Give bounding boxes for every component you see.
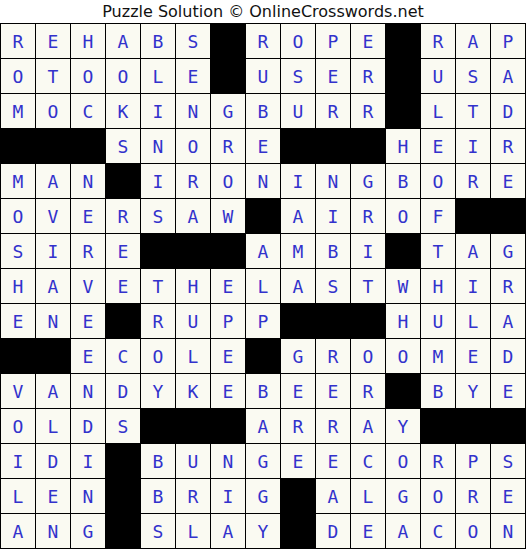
grid-cell: T: [36, 59, 71, 94]
grid-cell: P: [491, 24, 526, 59]
grid-cell: D: [316, 514, 351, 549]
grid-cell: G: [491, 234, 526, 269]
grid-cell: N: [71, 374, 106, 409]
grid-cell: A: [246, 234, 281, 269]
grid-cell: G: [351, 164, 386, 199]
grid-cell: L: [246, 269, 281, 304]
grid-cell: E: [281, 444, 316, 479]
grid-cell: L: [176, 339, 211, 374]
grid-cell: G: [71, 514, 106, 549]
grid-cell: G: [281, 339, 316, 374]
grid-cell: D: [106, 374, 141, 409]
grid-cell: E: [36, 479, 71, 514]
grid-cell: M: [1, 164, 36, 199]
grid-cell: O: [106, 59, 141, 94]
black-cell: [141, 234, 176, 269]
grid-cell: N: [36, 514, 71, 549]
grid-cell: O: [1, 59, 36, 94]
grid-cell: I: [351, 234, 386, 269]
grid-cell: L: [421, 94, 456, 129]
grid-cell: O: [141, 339, 176, 374]
grid-cell: S: [106, 129, 141, 164]
black-cell: [456, 409, 491, 444]
black-cell: [211, 234, 246, 269]
grid-cell: D: [36, 444, 71, 479]
grid-cell: A: [106, 24, 141, 59]
black-cell: [106, 479, 141, 514]
grid-cell: R: [421, 444, 456, 479]
grid-cell: O: [71, 59, 106, 94]
grid-cell: I: [71, 444, 106, 479]
grid-cell: S: [281, 59, 316, 94]
grid-cell: C: [421, 514, 456, 549]
grid-cell: B: [141, 444, 176, 479]
black-cell: [36, 339, 71, 374]
black-cell: [176, 409, 211, 444]
grid-cell: G: [246, 444, 281, 479]
grid-cell: O: [386, 444, 421, 479]
black-cell: [491, 199, 526, 234]
grid-cell: B: [246, 374, 281, 409]
grid-cell: Y: [246, 514, 281, 549]
grid-cell: E: [106, 269, 141, 304]
grid-cell: I: [456, 269, 491, 304]
grid-cell: U: [421, 59, 456, 94]
grid-cell: S: [1, 234, 36, 269]
grid-cell: B: [141, 479, 176, 514]
grid-cell: E: [36, 24, 71, 59]
grid-cell: G: [211, 94, 246, 129]
grid-cell: R: [141, 304, 176, 339]
black-cell: [491, 409, 526, 444]
black-cell: [211, 24, 246, 59]
grid-cell: R: [491, 269, 526, 304]
grid-cell: R: [456, 164, 491, 199]
grid-cell: H: [176, 269, 211, 304]
black-cell: [281, 304, 316, 339]
grid-cell: E: [316, 444, 351, 479]
page-title: Puzzle Solution © OnlineCrosswords.net: [0, 0, 526, 23]
grid-cell: E: [71, 199, 106, 234]
grid-cell: A: [36, 269, 71, 304]
grid-cell: P: [316, 24, 351, 59]
grid-cell: C: [351, 444, 386, 479]
grid-cell: S: [456, 59, 491, 94]
grid-cell: R: [316, 94, 351, 129]
crossword-grid: REHABSROPERAPOTOOLEUSERUSAMOCKINGBURRLTD…: [0, 23, 526, 549]
grid-cell: S: [106, 409, 141, 444]
grid-cell: M: [421, 339, 456, 374]
grid-cell: R: [491, 129, 526, 164]
grid-cell: B: [421, 374, 456, 409]
grid-cell: E: [491, 374, 526, 409]
grid-cell: V: [1, 374, 36, 409]
black-cell: [351, 304, 386, 339]
grid-cell: E: [211, 374, 246, 409]
grid-cell: U: [246, 59, 281, 94]
grid-cell: T: [141, 269, 176, 304]
black-cell: [316, 304, 351, 339]
grid-cell: S: [141, 514, 176, 549]
grid-cell: O: [386, 199, 421, 234]
grid-cell: U: [176, 304, 211, 339]
black-cell: [281, 479, 316, 514]
grid-cell: K: [176, 374, 211, 409]
grid-cell: O: [281, 24, 316, 59]
grid-cell: O: [1, 199, 36, 234]
black-cell: [246, 199, 281, 234]
grid-cell: O: [351, 339, 386, 374]
grid-cell: L: [176, 514, 211, 549]
grid-cell: N: [71, 164, 106, 199]
black-cell: [386, 94, 421, 129]
black-cell: [211, 409, 246, 444]
grid-cell: N: [71, 479, 106, 514]
grid-cell: V: [71, 269, 106, 304]
grid-cell: E: [71, 304, 106, 339]
grid-cell: E: [281, 374, 316, 409]
grid-cell: R: [316, 339, 351, 374]
grid-cell: E: [491, 164, 526, 199]
grid-cell: P: [246, 304, 281, 339]
grid-cell: R: [71, 234, 106, 269]
black-cell: [351, 129, 386, 164]
grid-cell: R: [246, 24, 281, 59]
grid-cell: R: [421, 24, 456, 59]
grid-cell: U: [281, 94, 316, 129]
grid-cell: A: [36, 164, 71, 199]
black-cell: [176, 234, 211, 269]
black-cell: [386, 374, 421, 409]
grid-cell: B: [386, 164, 421, 199]
grid-cell: R: [281, 409, 316, 444]
grid-cell: A: [211, 514, 246, 549]
grid-cell: A: [351, 409, 386, 444]
grid-cell: E: [351, 24, 386, 59]
grid-cell: E: [106, 234, 141, 269]
grid-cell: E: [246, 129, 281, 164]
grid-cell: O: [456, 514, 491, 549]
grid-cell: I: [36, 234, 71, 269]
black-cell: [386, 59, 421, 94]
grid-cell: I: [316, 199, 351, 234]
grid-cell: A: [491, 304, 526, 339]
grid-cell: L: [36, 409, 71, 444]
grid-cell: A: [246, 409, 281, 444]
black-cell: [106, 514, 141, 549]
grid-cell: W: [386, 269, 421, 304]
grid-cell: R: [351, 94, 386, 129]
grid-cell: O: [421, 164, 456, 199]
grid-cell: H: [71, 24, 106, 59]
grid-cell: E: [176, 59, 211, 94]
grid-cell: A: [456, 234, 491, 269]
grid-cell: E: [211, 269, 246, 304]
grid-cell: E: [351, 514, 386, 549]
grid-cell: C: [71, 94, 106, 129]
black-cell: [386, 234, 421, 269]
grid-cell: H: [386, 304, 421, 339]
grid-cell: T: [456, 94, 491, 129]
black-cell: [456, 199, 491, 234]
grid-cell: L: [351, 479, 386, 514]
black-cell: [141, 409, 176, 444]
grid-cell: A: [1, 514, 36, 549]
grid-cell: T: [351, 269, 386, 304]
grid-cell: S: [316, 269, 351, 304]
grid-cell: R: [106, 199, 141, 234]
grid-cell: B: [246, 94, 281, 129]
grid-cell: O: [211, 164, 246, 199]
grid-cell: E: [71, 339, 106, 374]
grid-cell: N: [246, 164, 281, 199]
grid-cell: Y: [141, 374, 176, 409]
grid-cell: E: [1, 304, 36, 339]
grid-cell: D: [71, 409, 106, 444]
grid-cell: A: [386, 514, 421, 549]
black-cell: [1, 129, 36, 164]
grid-cell: C: [106, 339, 141, 374]
grid-cell: L: [1, 479, 36, 514]
grid-cell: S: [141, 199, 176, 234]
grid-cell: E: [316, 374, 351, 409]
grid-cell: E: [316, 59, 351, 94]
grid-cell: N: [176, 94, 211, 129]
grid-cell: R: [211, 129, 246, 164]
grid-cell: H: [421, 269, 456, 304]
grid-cell: O: [36, 94, 71, 129]
grid-cell: R: [351, 59, 386, 94]
black-cell: [106, 164, 141, 199]
grid-cell: P: [211, 304, 246, 339]
grid-cell: R: [351, 199, 386, 234]
grid-cell: A: [176, 199, 211, 234]
grid-cell: B: [141, 24, 176, 59]
grid-cell: H: [1, 269, 36, 304]
grid-cell: H: [386, 129, 421, 164]
grid-cell: B: [316, 234, 351, 269]
crossword-solution-page: Puzzle Solution © OnlineCrosswords.net R…: [0, 0, 526, 551]
grid-cell: I: [211, 479, 246, 514]
grid-cell: G: [386, 479, 421, 514]
grid-cell: N: [316, 164, 351, 199]
grid-cell: I: [281, 164, 316, 199]
grid-cell: U: [176, 444, 211, 479]
grid-cell: S: [176, 24, 211, 59]
black-cell: [316, 129, 351, 164]
grid-cell: O: [1, 409, 36, 444]
grid-cell: O: [386, 339, 421, 374]
grid-cell: N: [491, 514, 526, 549]
grid-cell: D: [491, 94, 526, 129]
grid-cell: R: [351, 374, 386, 409]
grid-cell: P: [456, 444, 491, 479]
black-cell: [106, 304, 141, 339]
grid-cell: I: [456, 129, 491, 164]
black-cell: [211, 59, 246, 94]
grid-cell: O: [421, 479, 456, 514]
grid-cell: A: [316, 479, 351, 514]
grid-cell: I: [141, 94, 176, 129]
grid-cell: R: [316, 409, 351, 444]
grid-cell: L: [141, 59, 176, 94]
grid-cell: A: [491, 59, 526, 94]
grid-cell: Y: [386, 409, 421, 444]
grid-cell: N: [211, 444, 246, 479]
grid-cell: T: [421, 234, 456, 269]
grid-cell: E: [491, 479, 526, 514]
grid-cell: V: [36, 199, 71, 234]
grid-cell: E: [421, 129, 456, 164]
grid-cell: E: [211, 339, 246, 374]
grid-cell: A: [456, 24, 491, 59]
grid-cell: I: [1, 444, 36, 479]
grid-cell: A: [281, 269, 316, 304]
grid-cell: Y: [456, 374, 491, 409]
grid-cell: R: [1, 24, 36, 59]
grid-cell: E: [456, 339, 491, 374]
grid-cell: G: [246, 479, 281, 514]
grid-cell: W: [211, 199, 246, 234]
grid-cell: U: [421, 304, 456, 339]
grid-cell: L: [456, 304, 491, 339]
grid-cell: K: [106, 94, 141, 129]
black-cell: [386, 24, 421, 59]
grid-cell: N: [141, 129, 176, 164]
grid-cell: S: [491, 444, 526, 479]
black-cell: [246, 339, 281, 374]
grid-cell: R: [176, 164, 211, 199]
grid-cell: A: [281, 199, 316, 234]
grid-cell: M: [1, 94, 36, 129]
grid-cell: A: [36, 374, 71, 409]
grid-cell: R: [176, 479, 211, 514]
grid-cell: I: [141, 164, 176, 199]
grid-cell: N: [36, 304, 71, 339]
black-cell: [281, 129, 316, 164]
grid-cell: R: [456, 479, 491, 514]
grid-cell: D: [491, 339, 526, 374]
black-cell: [36, 129, 71, 164]
black-cell: [421, 409, 456, 444]
black-cell: [1, 339, 36, 374]
grid-cell: F: [421, 199, 456, 234]
black-cell: [71, 129, 106, 164]
black-cell: [281, 514, 316, 549]
black-cell: [106, 444, 141, 479]
grid-cell: O: [176, 129, 211, 164]
grid-cell: M: [281, 234, 316, 269]
